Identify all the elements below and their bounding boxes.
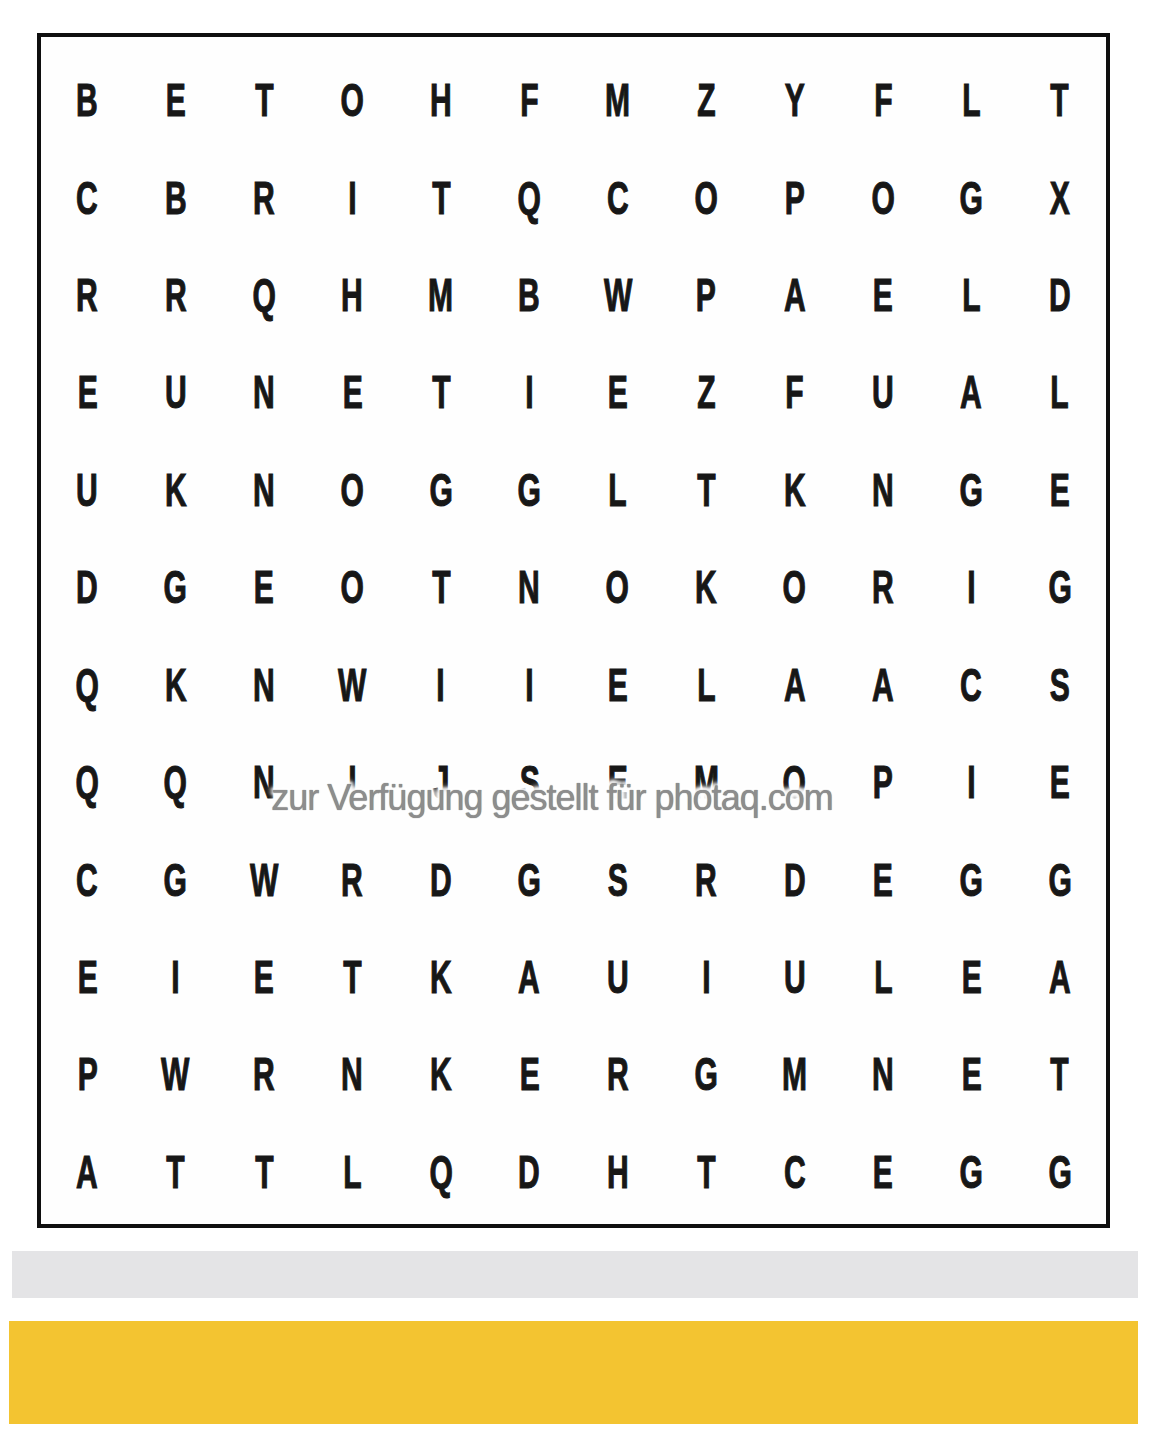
grid-letter: E: [254, 563, 274, 610]
grid-cell-r7c7: E: [573, 635, 661, 732]
grid-cell-r2c12: X: [1016, 148, 1104, 245]
grid-letter: U: [76, 466, 98, 513]
grid-cell-r3c7: W: [573, 246, 661, 343]
grid-cell-r12c2: T: [131, 1123, 219, 1220]
grid-cell-r9c5: D: [397, 830, 485, 927]
grid-letter: X: [1050, 174, 1070, 221]
grid-letter: G: [960, 174, 983, 221]
grid-cell-r3c3: Q: [220, 246, 308, 343]
grid-cell-r1c6: F: [485, 51, 573, 148]
grid-letter: T: [432, 174, 450, 221]
grid-letter: C: [784, 1148, 806, 1195]
grid-cell-r5c10: N: [839, 441, 927, 538]
grid-letter: G: [1048, 856, 1071, 903]
grid-letter: G: [164, 856, 187, 903]
grid-letter: W: [250, 856, 278, 903]
grid-cell-r7c4: W: [308, 635, 396, 732]
grid-letter: P: [696, 271, 716, 318]
grid-cell-r2c6: Q: [485, 148, 573, 245]
grid-letter: A: [76, 1148, 98, 1195]
grid-cell-r7c3: N: [220, 635, 308, 732]
grid-letter: L: [962, 271, 980, 318]
grid-letter: H: [342, 271, 364, 318]
grid-cell-r3c4: H: [308, 246, 396, 343]
grid-letter: K: [784, 466, 806, 513]
grid-cell-r12c7: H: [573, 1123, 661, 1220]
grid-letter: G: [518, 856, 541, 903]
grid-letter: K: [165, 661, 187, 708]
grid-letter: L: [608, 466, 626, 513]
grid-letter: U: [607, 953, 629, 1000]
grid-letter: R: [695, 856, 717, 903]
grid-cell-r11c2: W: [131, 1025, 219, 1122]
grid-letter: R: [165, 271, 187, 318]
grid-cell-r7c2: K: [131, 635, 219, 732]
grid-cell-r11c6: E: [485, 1025, 573, 1122]
grid-letter: Q: [252, 271, 275, 318]
grid-cell-r10c8: I: [662, 928, 750, 1025]
grid-letter: E: [873, 271, 893, 318]
grid-cell-r3c1: R: [43, 246, 131, 343]
grid-letter: R: [342, 856, 364, 903]
grid-letter: D: [430, 856, 452, 903]
grid-cell-r3c6: B: [485, 246, 573, 343]
grid-letter: R: [253, 174, 275, 221]
grid-cell-r10c6: A: [485, 928, 573, 1025]
grid-cell-r1c1: B: [43, 51, 131, 148]
grid-letter: N: [253, 466, 275, 513]
grid-cell-r4c8: Z: [662, 343, 750, 440]
grid-letter: S: [608, 856, 628, 903]
grid-letter: S: [1050, 661, 1070, 708]
grid-letter: I: [437, 661, 445, 708]
grid-letter: D: [76, 563, 98, 610]
grid-cell-r5c4: O: [308, 441, 396, 538]
grid-cell-r10c7: U: [573, 928, 661, 1025]
grid-cell-r10c5: K: [397, 928, 485, 1025]
grid-cell-r5c2: K: [131, 441, 219, 538]
grid-letter: A: [784, 271, 806, 318]
grid-letter: E: [254, 953, 274, 1000]
grid-cell-r4c3: N: [220, 343, 308, 440]
grid-letter: W: [603, 271, 631, 318]
grid-cell-r2c3: R: [220, 148, 308, 245]
grid-cell-r9c7: S: [573, 830, 661, 927]
grid-letter: H: [607, 1148, 629, 1195]
grid-letter: Q: [76, 661, 99, 708]
grid-cell-r7c5: I: [397, 635, 485, 732]
grid-letter: G: [1048, 1148, 1071, 1195]
page: BETOHFMZYFLTCBRITQCOPOGXRRQHMBWPAELDEUNE…: [0, 0, 1149, 1440]
grid-letter: E: [342, 368, 362, 415]
grid-cell-r9c10: E: [839, 830, 927, 927]
grid-letter: C: [961, 661, 983, 708]
grid-cell-r1c8: Z: [662, 51, 750, 148]
grid-letter: E: [77, 953, 97, 1000]
grid-cell-r11c8: G: [662, 1025, 750, 1122]
grid-letter: N: [872, 466, 894, 513]
grid-cell-r9c1: C: [43, 830, 131, 927]
grid-cell-r9c12: G: [1016, 830, 1104, 927]
grid-letter: T: [1051, 1050, 1069, 1097]
grid-cell-r1c12: T: [1016, 51, 1104, 148]
grid-cell-r2c2: B: [131, 148, 219, 245]
grid-cell-r10c9: U: [750, 928, 838, 1025]
grid-cell-r12c4: L: [308, 1123, 396, 1220]
grid-cell-r6c10: R: [839, 538, 927, 635]
grid-cell-r3c5: M: [397, 246, 485, 343]
grid-cell-r10c12: A: [1016, 928, 1104, 1025]
grid-letter: A: [961, 368, 983, 415]
grid-cell-r4c6: I: [485, 343, 573, 440]
grid-letter: T: [697, 1148, 715, 1195]
grid-cell-r7c9: A: [750, 635, 838, 732]
grid-letter: E: [1050, 758, 1070, 805]
grid-letter: I: [348, 174, 356, 221]
grid-letter: W: [161, 1050, 189, 1097]
grid-cell-r4c11: A: [927, 343, 1015, 440]
grid-letter: Q: [164, 758, 187, 805]
grid-letter: A: [784, 661, 806, 708]
grid-cell-r3c2: R: [131, 246, 219, 343]
grid-cell-r8c12: E: [1016, 733, 1104, 830]
grid-cell-r12c11: G: [927, 1123, 1015, 1220]
grid-letter: I: [967, 758, 975, 805]
grid-cell-r12c12: G: [1016, 1123, 1104, 1220]
grid-letter: A: [518, 953, 540, 1000]
grid-cell-r9c8: R: [662, 830, 750, 927]
grid-cell-r2c8: O: [662, 148, 750, 245]
grid-letter: K: [165, 466, 187, 513]
grid-cell-r6c2: G: [131, 538, 219, 635]
grid-cell-r4c5: T: [397, 343, 485, 440]
grid-cell-r3c8: P: [662, 246, 750, 343]
grid-cell-r6c1: D: [43, 538, 131, 635]
grid-cell-r7c12: S: [1016, 635, 1104, 732]
grid-cell-r8c2: Q: [131, 733, 219, 830]
grid-cell-r12c3: T: [220, 1123, 308, 1220]
grid-cell-r8c10: P: [839, 733, 927, 830]
grid-letter: E: [1050, 466, 1070, 513]
grid-letter: M: [605, 76, 630, 123]
grid-letter: F: [520, 76, 538, 123]
grid-letter: P: [77, 1050, 97, 1097]
grid-cell-r1c2: E: [131, 51, 219, 148]
grid-cell-r11c10: N: [839, 1025, 927, 1122]
grid-letter: Q: [76, 758, 99, 805]
grid-letter: N: [518, 563, 540, 610]
grid-cell-r1c10: F: [839, 51, 927, 148]
grid-letter: F: [785, 368, 803, 415]
grid-cell-r11c7: R: [573, 1025, 661, 1122]
grid-cell-r11c4: N: [308, 1025, 396, 1122]
grid-letter: H: [430, 76, 452, 123]
grid-letter: O: [341, 563, 364, 610]
grid-cell-r3c10: E: [839, 246, 927, 343]
grid-letter: Z: [697, 368, 715, 415]
grid-letter: A: [1049, 953, 1071, 1000]
grid-cell-r5c1: U: [43, 441, 131, 538]
grid-letter: E: [77, 368, 97, 415]
grid-letter: M: [428, 271, 453, 318]
grid-letter: I: [525, 368, 533, 415]
grid-letter: D: [1049, 271, 1071, 318]
grid-letter: G: [960, 856, 983, 903]
grid-letter: E: [608, 661, 628, 708]
grid-cell-r6c7: O: [573, 538, 661, 635]
grid-letter: D: [518, 1148, 540, 1195]
grid-letter: I: [525, 661, 533, 708]
watermark-text: zur Verfügung gestellt für photaq.com: [271, 775, 832, 821]
grid-letter: E: [608, 368, 628, 415]
grid-cell-r12c5: Q: [397, 1123, 485, 1220]
grid-letter: N: [872, 1050, 894, 1097]
grid-cell-r11c12: T: [1016, 1025, 1104, 1122]
grid-letter: L: [697, 661, 715, 708]
grid-cell-r1c5: H: [397, 51, 485, 148]
grid-letter: L: [343, 1148, 361, 1195]
grid-letter: G: [518, 466, 541, 513]
grid-cell-r4c10: U: [839, 343, 927, 440]
grid-letter: G: [960, 1148, 983, 1195]
grid-cell-r6c6: N: [485, 538, 573, 635]
grid-letter: W: [338, 661, 366, 708]
grid-cell-r2c11: G: [927, 148, 1015, 245]
grid-cell-r11c3: R: [220, 1025, 308, 1122]
grid-letter: O: [694, 174, 717, 221]
grid-cell-r6c12: G: [1016, 538, 1104, 635]
grid-letter: O: [871, 174, 894, 221]
grid-cell-r2c7: C: [573, 148, 661, 245]
grid-cell-r5c5: G: [397, 441, 485, 538]
grid-letter: N: [342, 1050, 364, 1097]
grid-cell-r6c11: I: [927, 538, 1015, 635]
grid-cell-r6c9: O: [750, 538, 838, 635]
grid-cell-r12c10: E: [839, 1123, 927, 1220]
grid-cell-r4c2: U: [131, 343, 219, 440]
grid-letter: Q: [429, 1148, 452, 1195]
grid-letter: F: [874, 76, 892, 123]
grid-cell-r4c9: F: [750, 343, 838, 440]
grid-cell-r2c9: P: [750, 148, 838, 245]
grid-letter: P: [784, 174, 804, 221]
grid-letter: T: [166, 1148, 184, 1195]
grid-cell-r5c9: K: [750, 441, 838, 538]
grid-letter: G: [960, 466, 983, 513]
grid-letter: E: [961, 1050, 981, 1097]
grid-letter: C: [607, 174, 629, 221]
grid-letter: P: [873, 758, 893, 805]
grid-cell-r2c5: T: [397, 148, 485, 245]
grid-letter: C: [76, 856, 98, 903]
grid-cell-r1c11: L: [927, 51, 1015, 148]
grid-cell-r7c10: A: [839, 635, 927, 732]
grid-cell-r10c11: E: [927, 928, 1015, 1025]
grid-cell-r9c11: G: [927, 830, 1015, 927]
grid-letter: Z: [697, 76, 715, 123]
grid-cell-r5c8: T: [662, 441, 750, 538]
grid-letter: T: [1051, 76, 1069, 123]
grid-letter: R: [607, 1050, 629, 1097]
grid-cell-r7c11: C: [927, 635, 1015, 732]
grid-letter: Y: [784, 76, 804, 123]
grid-cell-r10c10: L: [839, 928, 927, 1025]
grid-letter: D: [784, 856, 806, 903]
grid-cell-r10c4: T: [308, 928, 396, 1025]
grid-cell-r11c5: K: [397, 1025, 485, 1122]
grid-letter: O: [783, 563, 806, 610]
grid-cell-r1c4: O: [308, 51, 396, 148]
grid-letter: G: [429, 466, 452, 513]
grid-letter: T: [432, 563, 450, 610]
grid-cell-r12c6: D: [485, 1123, 573, 1220]
grid-cell-r12c8: T: [662, 1123, 750, 1220]
grid-letter: L: [1051, 368, 1069, 415]
grid-letter: L: [874, 953, 892, 1000]
grid-cell-r2c10: O: [839, 148, 927, 245]
grid-letter: R: [76, 271, 98, 318]
grid-letter: E: [873, 856, 893, 903]
grid-letter: G: [694, 1050, 717, 1097]
grid-letter: T: [255, 76, 273, 123]
grid-letter: B: [518, 271, 540, 318]
grid-cell-r5c11: G: [927, 441, 1015, 538]
grid-cell-r3c12: D: [1016, 246, 1104, 343]
grid-letter: E: [873, 1148, 893, 1195]
grid-letter: O: [341, 76, 364, 123]
grid-letter: I: [171, 953, 179, 1000]
grid-letter: O: [341, 466, 364, 513]
grid-cell-r5c6: G: [485, 441, 573, 538]
grid-cell-r9c2: G: [131, 830, 219, 927]
grid-cell-r4c7: E: [573, 343, 661, 440]
grid-cell-r7c1: Q: [43, 635, 131, 732]
grid-cell-r9c9: D: [750, 830, 838, 927]
gray-divider-bar: [12, 1251, 1138, 1298]
grid-cell-r7c8: L: [662, 635, 750, 732]
grid-letter: T: [432, 368, 450, 415]
grid-cell-r11c11: E: [927, 1025, 1015, 1122]
grid-letter: Q: [518, 174, 541, 221]
grid-cell-r5c3: N: [220, 441, 308, 538]
grid-letter: G: [1048, 563, 1071, 610]
grid-cell-r11c1: P: [43, 1025, 131, 1122]
grid-cell-r10c2: I: [131, 928, 219, 1025]
grid-cell-r10c1: E: [43, 928, 131, 1025]
grid-cell-r1c7: M: [573, 51, 661, 148]
grid-letter: R: [872, 563, 894, 610]
grid-letter: T: [697, 466, 715, 513]
grid-letter: E: [961, 953, 981, 1000]
grid-cell-r6c4: O: [308, 538, 396, 635]
grid-cell-r10c3: E: [220, 928, 308, 1025]
grid-cell-r9c4: R: [308, 830, 396, 927]
grid-cell-r6c5: T: [397, 538, 485, 635]
grid-letter: I: [967, 563, 975, 610]
grid-letter: R: [253, 1050, 275, 1097]
grid-cell-r2c1: C: [43, 148, 131, 245]
grid-letter: B: [76, 76, 98, 123]
grid-cell-r1c3: T: [220, 51, 308, 148]
grid-cell-r2c4: I: [308, 148, 396, 245]
grid-letter: K: [695, 563, 717, 610]
letter-grid: BETOHFMZYFLTCBRITQCOPOGXRRQHMBWPAELDEUNE…: [41, 37, 1106, 1224]
grid-letter: E: [519, 1050, 539, 1097]
yellow-banner: [9, 1321, 1138, 1424]
grid-letter: T: [343, 953, 361, 1000]
grid-cell-r6c8: K: [662, 538, 750, 635]
grid-letter: U: [784, 953, 806, 1000]
grid-cell-r12c1: A: [43, 1123, 131, 1220]
grid-letter: K: [430, 1050, 452, 1097]
grid-cell-r9c6: G: [485, 830, 573, 927]
grid-letter: U: [165, 368, 187, 415]
grid-letter: I: [702, 953, 710, 1000]
grid-cell-r11c9: M: [750, 1025, 838, 1122]
grid-cell-r8c1: Q: [43, 733, 131, 830]
grid-cell-r4c12: L: [1016, 343, 1104, 440]
grid-cell-r3c11: L: [927, 246, 1015, 343]
grid-cell-r4c1: E: [43, 343, 131, 440]
grid-letter: A: [872, 661, 894, 708]
grid-cell-r9c3: W: [220, 830, 308, 927]
grid-letter: L: [962, 76, 980, 123]
word-search-board: BETOHFMZYFLTCBRITQCOPOGXRRQHMBWPAELDEUNE…: [37, 33, 1110, 1228]
grid-letter: B: [165, 174, 187, 221]
grid-cell-r5c12: E: [1016, 441, 1104, 538]
grid-cell-r7c6: I: [485, 635, 573, 732]
grid-letter: T: [255, 1148, 273, 1195]
grid-letter: E: [166, 76, 186, 123]
grid-cell-r8c11: I: [927, 733, 1015, 830]
grid-letter: C: [76, 174, 98, 221]
grid-letter: K: [430, 953, 452, 1000]
grid-cell-r6c3: E: [220, 538, 308, 635]
grid-letter: O: [606, 563, 629, 610]
grid-cell-r3c9: A: [750, 246, 838, 343]
grid-cell-r5c7: L: [573, 441, 661, 538]
grid-cell-r1c9: Y: [750, 51, 838, 148]
grid-cell-r12c9: C: [750, 1123, 838, 1220]
grid-letter: G: [164, 563, 187, 610]
grid-letter: M: [782, 1050, 807, 1097]
grid-letter: U: [872, 368, 894, 415]
grid-letter: N: [253, 368, 275, 415]
grid-letter: N: [253, 661, 275, 708]
grid-cell-r4c4: E: [308, 343, 396, 440]
